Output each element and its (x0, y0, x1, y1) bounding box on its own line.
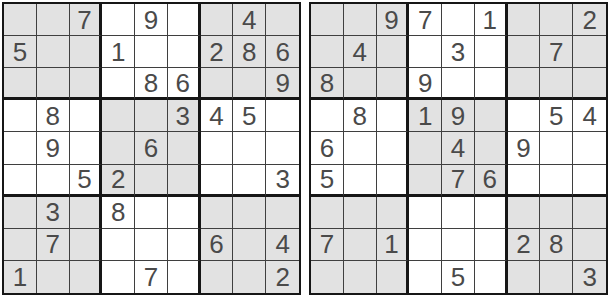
cell-r9c1[interactable]: 1 (4, 261, 37, 293)
cell-r9c4[interactable] (102, 261, 135, 293)
cell-r9c9[interactable]: 2 (266, 261, 299, 293)
cell-r5c2[interactable] (344, 132, 377, 164)
cell-r2c8[interactable]: 7 (540, 36, 573, 68)
cell-r7c5[interactable] (442, 197, 475, 229)
cell-r2c6[interactable] (475, 36, 508, 68)
cell-r9c3[interactable] (377, 261, 410, 293)
cell-r7c7[interactable] (201, 197, 234, 229)
cell-r5c7[interactable]: 9 (508, 132, 541, 164)
cell-r6c7[interactable] (201, 165, 234, 197)
cell-r3c3[interactable] (70, 68, 103, 100)
cell-r8c2[interactable] (344, 229, 377, 261)
cell-r4c7[interactable]: 4 (201, 100, 234, 132)
cell-r9c6[interactable] (475, 261, 508, 293)
cell-r1c1[interactable] (4, 4, 37, 36)
cell-r6c3[interactable] (377, 165, 410, 197)
cell-r5c9[interactable] (573, 132, 606, 164)
cell-r5c6[interactable] (168, 132, 201, 164)
cell-r7c6[interactable] (475, 197, 508, 229)
cell-r6c5[interactable]: 7 (442, 165, 475, 197)
cell-r5c8[interactable] (540, 132, 573, 164)
cell-r4c1[interactable] (4, 100, 37, 132)
cell-r6c1[interactable]: 5 (311, 165, 344, 197)
cell-r9c2[interactable] (37, 261, 70, 293)
cell-r9c4[interactable] (409, 261, 442, 293)
cell-r4c6[interactable]: 3 (168, 100, 201, 132)
cell-r2c3[interactable] (70, 36, 103, 68)
cell-r5c4[interactable] (102, 132, 135, 164)
cell-r5c8[interactable] (233, 132, 266, 164)
cell-r5c3[interactable] (70, 132, 103, 164)
cell-r3c5[interactable] (442, 68, 475, 100)
cell-r9c9[interactable]: 3 (573, 261, 606, 293)
cell-r6c3[interactable]: 5 (70, 165, 103, 197)
cell-r6c8[interactable] (233, 165, 266, 197)
cell-r3c6[interactable] (475, 68, 508, 100)
cell-r5c4[interactable] (409, 132, 442, 164)
cell-r6c9[interactable]: 3 (266, 165, 299, 197)
cell-r7c8[interactable] (540, 197, 573, 229)
cell-r8c2[interactable]: 7 (37, 229, 70, 261)
cell-r4c9[interactable] (266, 100, 299, 132)
cell-r6c9[interactable] (573, 165, 606, 197)
cell-r5c1[interactable]: 6 (311, 132, 344, 164)
cell-r3c2[interactable] (344, 68, 377, 100)
cell-r4c4[interactable]: 1 (409, 100, 442, 132)
cell-r1c9[interactable] (266, 4, 299, 36)
cell-r7c9[interactable] (573, 197, 606, 229)
cell-r1c6[interactable] (168, 4, 201, 36)
cell-r5c2[interactable]: 9 (37, 132, 70, 164)
cell-r2c4[interactable] (409, 36, 442, 68)
cell-r2c4[interactable]: 1 (102, 36, 135, 68)
cell-r3c9[interactable]: 9 (266, 68, 299, 100)
cell-r7c2[interactable] (344, 197, 377, 229)
cell-r5c1[interactable] (4, 132, 37, 164)
cell-r1c4[interactable] (102, 4, 135, 36)
cell-r7c3[interactable] (70, 197, 103, 229)
cell-r8c1[interactable]: 7 (311, 229, 344, 261)
cell-r3c3[interactable] (377, 68, 410, 100)
cell-r1c5[interactable]: 9 (135, 4, 168, 36)
cell-r8c6[interactable] (475, 229, 508, 261)
cell-r1c8[interactable] (540, 4, 573, 36)
cell-r2c6[interactable] (168, 36, 201, 68)
cell-r6c2[interactable] (37, 165, 70, 197)
cell-r9c6[interactable] (168, 261, 201, 293)
cell-r3c4[interactable]: 9 (409, 68, 442, 100)
cell-r7c6[interactable] (168, 197, 201, 229)
cell-r4c6[interactable] (475, 100, 508, 132)
cell-r3c9[interactable] (573, 68, 606, 100)
cell-r2c8[interactable]: 8 (233, 36, 266, 68)
cell-r5c7[interactable] (201, 132, 234, 164)
cell-r5c9[interactable] (266, 132, 299, 164)
cell-r8c3[interactable]: 1 (377, 229, 410, 261)
cell-r9c8[interactable] (233, 261, 266, 293)
cell-r4c8[interactable]: 5 (233, 100, 266, 132)
cell-r3c4[interactable] (102, 68, 135, 100)
cell-r4c3[interactable] (70, 100, 103, 132)
cell-r2c5[interactable]: 3 (442, 36, 475, 68)
cell-r3c1[interactable] (4, 68, 37, 100)
cell-r8c1[interactable] (4, 229, 37, 261)
cell-r7c1[interactable] (311, 197, 344, 229)
cell-r4c3[interactable] (377, 100, 410, 132)
cell-r9c7[interactable] (508, 261, 541, 293)
cell-r1c3[interactable]: 7 (70, 4, 103, 36)
cell-r6c4[interactable] (409, 165, 442, 197)
cell-r7c8[interactable] (233, 197, 266, 229)
cell-r1c8[interactable]: 4 (233, 4, 266, 36)
cell-r1c4[interactable]: 7 (409, 4, 442, 36)
cell-r2c2[interactable] (37, 36, 70, 68)
cell-r8c7[interactable]: 2 (508, 229, 541, 261)
cell-r3c6[interactable]: 6 (168, 68, 201, 100)
cell-r1c3[interactable]: 9 (377, 4, 410, 36)
cell-r4c8[interactable]: 5 (540, 100, 573, 132)
cell-r8c9[interactable]: 4 (266, 229, 299, 261)
cell-r1c2[interactable] (344, 4, 377, 36)
cell-r3c8[interactable] (233, 68, 266, 100)
cell-r8c4[interactable] (409, 229, 442, 261)
cell-r4c4[interactable] (102, 100, 135, 132)
cell-r9c7[interactable] (201, 261, 234, 293)
sudoku-board-right: 97124378981954649576712853 (309, 2, 608, 295)
cell-r6c1[interactable] (4, 165, 37, 197)
cell-r1c7[interactable] (201, 4, 234, 36)
cell-r3c5[interactable]: 8 (135, 68, 168, 100)
cell-r2c9[interactable] (573, 36, 606, 68)
cell-r8c5[interactable] (442, 229, 475, 261)
cell-r8c8[interactable] (233, 229, 266, 261)
cell-r2c1[interactable] (311, 36, 344, 68)
cell-r6c7[interactable] (508, 165, 541, 197)
cell-r8c8[interactable]: 8 (540, 229, 573, 261)
cell-r7c4[interactable] (409, 197, 442, 229)
cell-r7c5[interactable] (135, 197, 168, 229)
cell-r8c5[interactable] (135, 229, 168, 261)
cell-r1c5[interactable] (442, 4, 475, 36)
cell-r8c9[interactable] (573, 229, 606, 261)
cell-r2c5[interactable] (135, 36, 168, 68)
cell-r3c7[interactable] (508, 68, 541, 100)
cell-r6c6[interactable] (168, 165, 201, 197)
cell-r7c4[interactable]: 8 (102, 197, 135, 229)
cell-r2c3[interactable] (377, 36, 410, 68)
cell-r3c2[interactable] (37, 68, 70, 100)
cell-r1c6[interactable]: 1 (475, 4, 508, 36)
cell-r7c1[interactable] (4, 197, 37, 229)
cell-r3c1[interactable]: 8 (311, 68, 344, 100)
cell-r6c6[interactable]: 6 (475, 165, 508, 197)
cell-r6c8[interactable] (540, 165, 573, 197)
cell-r1c2[interactable] (37, 4, 70, 36)
cell-r3c8[interactable] (540, 68, 573, 100)
cell-r4c5[interactable]: 9 (442, 100, 475, 132)
cell-r4c7[interactable] (508, 100, 541, 132)
cell-r6c4[interactable]: 2 (102, 165, 135, 197)
cell-r9c2[interactable] (344, 261, 377, 293)
cell-r9c1[interactable] (311, 261, 344, 293)
cell-r9c3[interactable] (70, 261, 103, 293)
cell-r4c9[interactable]: 4 (573, 100, 606, 132)
cell-r1c7[interactable] (508, 4, 541, 36)
cell-r8c6[interactable] (168, 229, 201, 261)
cell-r2c2[interactable]: 4 (344, 36, 377, 68)
cell-r8c7[interactable]: 6 (201, 229, 234, 261)
cell-r6c2[interactable] (344, 165, 377, 197)
cell-r9c5[interactable]: 7 (135, 261, 168, 293)
cell-r7c9[interactable] (266, 197, 299, 229)
cell-r7c2[interactable]: 3 (37, 197, 70, 229)
cell-r2c7[interactable] (508, 36, 541, 68)
cell-r6c5[interactable] (135, 165, 168, 197)
cell-r5c5[interactable]: 4 (442, 132, 475, 164)
cell-r1c1[interactable] (311, 4, 344, 36)
cell-r7c3[interactable] (377, 197, 410, 229)
cell-r9c8[interactable] (540, 261, 573, 293)
cell-r3c7[interactable] (201, 68, 234, 100)
sudoku-board-left: 7945128686983459652338764172 (2, 2, 301, 295)
cell-r2c9[interactable]: 6 (266, 36, 299, 68)
cell-r4c2[interactable]: 8 (37, 100, 70, 132)
cell-r1c9[interactable]: 2 (573, 4, 606, 36)
cell-r5c5[interactable]: 6 (135, 132, 168, 164)
cell-r8c4[interactable] (102, 229, 135, 261)
cell-r8c3[interactable] (70, 229, 103, 261)
cell-r4c1[interactable] (311, 100, 344, 132)
cell-r2c7[interactable]: 2 (201, 36, 234, 68)
cell-r9c5[interactable]: 5 (442, 261, 475, 293)
cell-r7c7[interactable] (508, 197, 541, 229)
cell-r2c1[interactable]: 5 (4, 36, 37, 68)
sudoku-page: 7945128686983459652338764172 97124378981… (0, 0, 610, 297)
cell-r4c2[interactable]: 8 (344, 100, 377, 132)
cell-r5c6[interactable] (475, 132, 508, 164)
cell-r4c5[interactable] (135, 100, 168, 132)
cell-r5c3[interactable] (377, 132, 410, 164)
